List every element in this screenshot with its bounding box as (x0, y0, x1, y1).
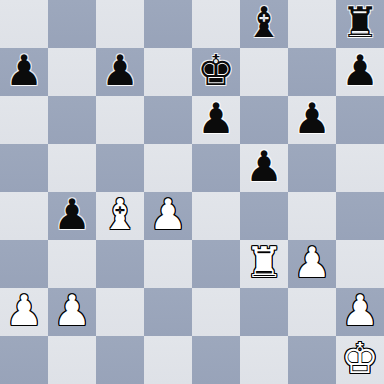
square-f3[interactable]: ♜ (240, 240, 288, 288)
square-a7[interactable]: ♟ (0, 48, 48, 96)
square-g5[interactable] (288, 144, 336, 192)
square-b3[interactable] (48, 240, 96, 288)
square-a5[interactable] (0, 144, 48, 192)
black-pawn[interactable]: ♟ (5, 47, 43, 95)
chess-board: ♝♜♟♟♚♟♟♟♟♟♝♟♜♟♟♟♟♚ (0, 0, 384, 384)
square-e4[interactable] (192, 192, 240, 240)
black-pawn[interactable]: ♟ (293, 95, 331, 143)
square-g7[interactable] (288, 48, 336, 96)
square-h8[interactable]: ♜ (336, 0, 384, 48)
square-g2[interactable] (288, 288, 336, 336)
square-d6[interactable] (144, 96, 192, 144)
square-d7[interactable] (144, 48, 192, 96)
square-c2[interactable] (96, 288, 144, 336)
square-h2[interactable]: ♟ (336, 288, 384, 336)
square-b7[interactable] (48, 48, 96, 96)
square-e8[interactable] (192, 0, 240, 48)
black-pawn[interactable]: ♟ (53, 191, 91, 239)
black-pawn[interactable]: ♟ (245, 143, 283, 191)
square-b6[interactable] (48, 96, 96, 144)
square-b1[interactable] (48, 336, 96, 384)
square-b2[interactable]: ♟ (48, 288, 96, 336)
white-pawn[interactable]: ♟ (53, 287, 91, 335)
square-e5[interactable] (192, 144, 240, 192)
square-c5[interactable] (96, 144, 144, 192)
square-d2[interactable] (144, 288, 192, 336)
black-king[interactable]: ♚ (197, 47, 235, 95)
white-pawn[interactable]: ♟ (149, 191, 187, 239)
square-a6[interactable] (0, 96, 48, 144)
square-d3[interactable] (144, 240, 192, 288)
square-a1[interactable] (0, 336, 48, 384)
square-h3[interactable] (336, 240, 384, 288)
square-g3[interactable]: ♟ (288, 240, 336, 288)
square-e2[interactable] (192, 288, 240, 336)
square-c3[interactable] (96, 240, 144, 288)
square-h6[interactable] (336, 96, 384, 144)
square-g8[interactable] (288, 0, 336, 48)
square-e7[interactable]: ♚ (192, 48, 240, 96)
square-b4[interactable]: ♟ (48, 192, 96, 240)
square-b5[interactable] (48, 144, 96, 192)
square-g6[interactable]: ♟ (288, 96, 336, 144)
square-d1[interactable] (144, 336, 192, 384)
black-rook[interactable]: ♜ (341, 0, 379, 47)
square-c1[interactable] (96, 336, 144, 384)
black-bishop[interactable]: ♝ (245, 0, 283, 47)
white-bishop[interactable]: ♝ (101, 191, 139, 239)
square-a4[interactable] (0, 192, 48, 240)
square-a2[interactable]: ♟ (0, 288, 48, 336)
square-c6[interactable] (96, 96, 144, 144)
square-f1[interactable] (240, 336, 288, 384)
square-e6[interactable]: ♟ (192, 96, 240, 144)
black-pawn[interactable]: ♟ (101, 47, 139, 95)
square-f7[interactable] (240, 48, 288, 96)
square-f4[interactable] (240, 192, 288, 240)
white-pawn[interactable]: ♟ (293, 239, 331, 287)
white-king[interactable]: ♚ (341, 335, 379, 383)
square-a8[interactable] (0, 0, 48, 48)
square-f8[interactable]: ♝ (240, 0, 288, 48)
black-pawn[interactable]: ♟ (197, 95, 235, 143)
square-h7[interactable]: ♟ (336, 48, 384, 96)
square-c4[interactable]: ♝ (96, 192, 144, 240)
square-d5[interactable] (144, 144, 192, 192)
square-d8[interactable] (144, 0, 192, 48)
square-d4[interactable]: ♟ (144, 192, 192, 240)
square-b8[interactable] (48, 0, 96, 48)
square-e3[interactable] (192, 240, 240, 288)
square-f2[interactable] (240, 288, 288, 336)
square-f5[interactable]: ♟ (240, 144, 288, 192)
square-a3[interactable] (0, 240, 48, 288)
white-pawn[interactable]: ♟ (341, 287, 379, 335)
black-pawn[interactable]: ♟ (341, 47, 379, 95)
square-g4[interactable] (288, 192, 336, 240)
square-g1[interactable] (288, 336, 336, 384)
square-f6[interactable] (240, 96, 288, 144)
square-e1[interactable] (192, 336, 240, 384)
white-pawn[interactable]: ♟ (5, 287, 43, 335)
square-c8[interactable] (96, 0, 144, 48)
white-rook[interactable]: ♜ (245, 239, 283, 287)
square-h5[interactable] (336, 144, 384, 192)
square-h1[interactable]: ♚ (336, 336, 384, 384)
square-c7[interactable]: ♟ (96, 48, 144, 96)
square-h4[interactable] (336, 192, 384, 240)
